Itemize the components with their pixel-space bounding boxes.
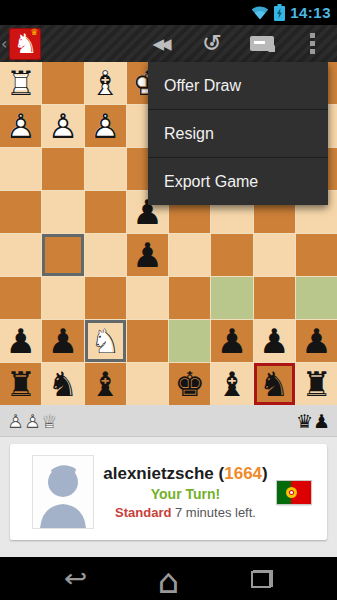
white-rook: ♜♖ (0, 62, 41, 104)
player-section: alexnietzsche (1664) Your Turn! Standard… (0, 437, 337, 557)
player-rating: 1664 (224, 464, 262, 483)
square-f5[interactable] (211, 234, 252, 276)
rewind-button[interactable]: ◀◀ (137, 25, 187, 62)
player-name: alexnietzsche (103, 464, 214, 483)
android-nav-bar: ↩ ⌂ (0, 557, 337, 600)
square-g5[interactable] (254, 234, 295, 276)
menu-item-resign[interactable]: Resign (148, 110, 328, 158)
wifi-icon (251, 5, 269, 20)
portugal-flag-icon (277, 481, 311, 504)
black-queen: ♛ (296, 409, 313, 433)
square-e7[interactable] (169, 320, 210, 362)
square-h7[interactable]: ♟ (296, 320, 337, 362)
white-knight: ♞♘ (85, 320, 126, 362)
black-pawn: ♟ (127, 234, 168, 276)
chat-button[interactable] (237, 25, 287, 62)
turn-status: Your Turn! (94, 486, 277, 504)
black-bishop: ♝ (211, 363, 252, 405)
action-bar-buttons: ◀◀ ↺ (137, 25, 337, 62)
square-c7[interactable]: ♞♘ (85, 320, 126, 362)
square-g8[interactable]: ♞ (254, 363, 295, 405)
square-a5[interactable] (0, 234, 41, 276)
square-c4[interactable] (85, 191, 126, 233)
overflow-menu-button[interactable] (287, 25, 337, 62)
clock: 14:13 (290, 4, 331, 21)
white-bishop: ♝♗ (85, 62, 126, 104)
back-icon: ↩ (64, 566, 87, 591)
black-pawn: ♟ (296, 320, 337, 362)
time-left: 7 minutes left. (175, 505, 256, 520)
black-knight: ♞ (254, 363, 295, 405)
captured-pieces-tray: ♟♙♟♙♛♕ ♛♟ (0, 405, 337, 437)
white-queen: ♛♕ (41, 409, 58, 433)
menu-item-offer-draw[interactable]: Offer Draw (148, 62, 328, 110)
player-name-line: alexnietzsche (1664) (94, 463, 277, 484)
player-card: alexnietzsche (1664) Your Turn! Standard… (10, 444, 327, 540)
rotate-icon: ↺ (202, 31, 222, 55)
battery-charging-icon (274, 4, 285, 21)
avatar (32, 455, 94, 529)
recents-button[interactable] (238, 557, 286, 600)
square-c2[interactable]: ♟♙ (85, 105, 126, 147)
player-info: alexnietzsche (1664) Your Turn! Standard… (94, 463, 277, 522)
square-c3[interactable] (85, 148, 126, 190)
black-knight: ♞ (42, 363, 83, 405)
rotate-board-button[interactable]: ↺ (187, 25, 237, 62)
back-button[interactable]: ↩ (52, 557, 100, 600)
square-b3[interactable] (42, 148, 83, 190)
app-logo-icon[interactable]: ♞ ♛ (9, 28, 41, 60)
square-f6[interactable] (211, 277, 252, 319)
square-a4[interactable] (0, 191, 41, 233)
square-b4[interactable] (42, 191, 83, 233)
game-mode: Standard (115, 505, 171, 520)
black-pawn: ♟ (254, 320, 295, 362)
square-b8[interactable]: ♞ (42, 363, 83, 405)
square-e6[interactable] (169, 277, 210, 319)
square-f7[interactable]: ♟ (211, 320, 252, 362)
square-g7[interactable]: ♟ (254, 320, 295, 362)
square-d7[interactable] (127, 320, 168, 362)
recents-icon (251, 570, 273, 588)
square-a3[interactable] (0, 148, 41, 190)
square-b7[interactable]: ♟ (42, 320, 83, 362)
square-d5[interactable]: ♟ (127, 234, 168, 276)
square-h5[interactable] (296, 234, 337, 276)
white-pawn: ♟♙ (85, 105, 126, 147)
square-d8[interactable] (127, 363, 168, 405)
overflow-dropdown-menu: Offer Draw Resign Export Game (148, 62, 328, 205)
square-h6[interactable] (296, 277, 337, 319)
action-bar: ‹ ♞ ♛ ◀◀ ↺ (0, 25, 337, 62)
square-a2[interactable]: ♟♙ (0, 105, 41, 147)
white-pawn: ♟♙ (24, 409, 41, 433)
white-pawn: ♟♙ (42, 105, 83, 147)
square-c8[interactable]: ♝ (85, 363, 126, 405)
square-e8[interactable]: ♚ (169, 363, 210, 405)
square-b5[interactable] (42, 234, 83, 276)
black-king: ♚ (169, 363, 210, 405)
up-caret-icon[interactable]: ‹ (1, 34, 7, 53)
square-g6[interactable] (254, 277, 295, 319)
square-h8[interactable]: ♜ (296, 363, 337, 405)
home-button[interactable]: ⌂ (145, 557, 193, 600)
square-d6[interactable] (127, 277, 168, 319)
square-b1[interactable] (42, 62, 83, 104)
black-bishop: ♝ (85, 363, 126, 405)
chat-icon (250, 36, 274, 51)
square-a7[interactable]: ♟ (0, 320, 41, 362)
overflow-icon (292, 33, 332, 54)
square-c1[interactable]: ♝♗ (85, 62, 126, 104)
square-c5[interactable] (85, 234, 126, 276)
captured-black-pieces: ♛♟ (296, 409, 330, 433)
black-pawn: ♟ (313, 409, 330, 433)
square-a6[interactable] (0, 277, 41, 319)
menu-item-export-game[interactable]: Export Game (148, 158, 328, 205)
white-pawn: ♟♙ (7, 409, 24, 433)
black-pawn: ♟ (42, 320, 83, 362)
black-rook: ♜ (296, 363, 337, 405)
black-pawn: ♟ (0, 320, 41, 362)
square-a1[interactable]: ♜♖ (0, 62, 41, 104)
black-rook: ♜ (0, 363, 41, 405)
square-a8[interactable]: ♜ (0, 363, 41, 405)
square-b6[interactable] (42, 277, 83, 319)
crown-glyph: ♛ (30, 28, 38, 37)
black-pawn: ♟ (211, 320, 252, 362)
square-e5[interactable] (169, 234, 210, 276)
phone-screen: 14:13 ‹ ♞ ♛ ◀◀ ↺ ♜♖♝♗♚♔♝♗♞♘♜♖♟♙♟♙♟♙♟♙♟♙♟… (0, 0, 337, 600)
square-b2[interactable]: ♟♙ (42, 105, 83, 147)
status-bar: 14:13 (0, 0, 337, 25)
white-pawn: ♟♙ (0, 105, 41, 147)
rewind-icon: ◀◀ (152, 35, 171, 53)
square-c6[interactable] (85, 277, 126, 319)
home-icon: ⌂ (158, 564, 180, 598)
game-mode-line: Standard 7 minutes left. (94, 505, 277, 521)
captured-white-pieces: ♟♙♟♙♛♕ (7, 409, 58, 433)
square-f8[interactable]: ♝ (211, 363, 252, 405)
